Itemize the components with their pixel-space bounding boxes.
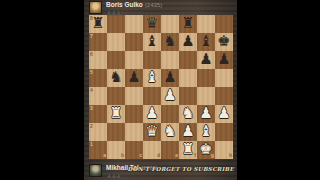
captured-pieces-top: ♟♟♟ <box>106 10 162 17</box>
square-e8[interactable] <box>161 15 179 33</box>
square-h8[interactable] <box>215 15 233 33</box>
square-e1[interactable]: e <box>161 141 179 159</box>
piece-black-pawn-c5[interactable]: ♟ <box>125 69 143 87</box>
square-d6[interactable] <box>143 51 161 69</box>
player-bar-top: Boris Gulko(2435) ♟♟♟ <box>89 1 162 17</box>
square-d5[interactable]: ♝ <box>143 69 161 87</box>
square-e6[interactable] <box>161 51 179 69</box>
square-f8[interactable]: ♜ <box>179 15 197 33</box>
subscribe-banner: DON'T FORGET TO SUBSCRIBE <box>128 166 235 172</box>
square-h2[interactable] <box>215 123 233 141</box>
square-h5[interactable] <box>215 69 233 87</box>
piece-black-knight-e7[interactable]: ♞ <box>161 33 179 51</box>
piece-white-pawn-f2[interactable]: ♟ <box>179 123 197 141</box>
piece-black-pawn-h6[interactable]: ♟ <box>215 51 233 69</box>
square-a5[interactable]: 5 <box>89 69 107 87</box>
piece-white-pawn-h3[interactable]: ♟ <box>215 105 233 123</box>
square-g7[interactable]: ♝ <box>197 33 215 51</box>
square-f6[interactable] <box>179 51 197 69</box>
piece-black-pawn-f7[interactable]: ♟ <box>179 33 197 51</box>
square-g3[interactable]: ♟ <box>197 105 215 123</box>
square-d4[interactable] <box>143 87 161 105</box>
square-a1[interactable]: 1a <box>89 141 107 159</box>
piece-black-rook-a8[interactable]: ♜ <box>89 15 107 33</box>
square-g8[interactable] <box>197 15 215 33</box>
piece-black-knight-b5[interactable]: ♞ <box>107 69 125 87</box>
captured-pieces-bottom: ♟♟♟ <box>106 173 158 180</box>
square-f5[interactable] <box>179 69 197 87</box>
square-d2[interactable]: ♛ <box>143 123 161 141</box>
square-f3[interactable]: ♞ <box>179 105 197 123</box>
square-a3[interactable]: 3 <box>89 105 107 123</box>
piece-white-bishop-d5[interactable]: ♝ <box>143 69 161 87</box>
square-f7[interactable]: ♟ <box>179 33 197 51</box>
square-b2[interactable] <box>107 123 125 141</box>
piece-white-pawn-d3[interactable]: ♟ <box>143 105 161 123</box>
square-b4[interactable] <box>107 87 125 105</box>
screenshot-root: Boris Gulko(2435) ♟♟♟ 8♜♛♜7♝♞♟♝♚6♟♟5♞♟♝♟… <box>0 0 320 180</box>
square-b8[interactable] <box>107 15 125 33</box>
square-c8[interactable] <box>125 15 143 33</box>
square-g1[interactable]: g♚ <box>197 141 215 159</box>
square-c6[interactable] <box>125 51 143 69</box>
piece-white-knight-e2[interactable]: ♞ <box>161 123 179 141</box>
piece-black-pawn-g6[interactable]: ♟ <box>197 51 215 69</box>
piece-black-bishop-g7[interactable]: ♝ <box>197 33 215 51</box>
square-h7[interactable]: ♚ <box>215 33 233 51</box>
rank-label-4: 4 <box>90 88 93 93</box>
square-h4[interactable] <box>215 87 233 105</box>
file-label-c: c <box>139 153 142 158</box>
square-e4[interactable]: ♟ <box>161 87 179 105</box>
piece-black-bishop-d7[interactable]: ♝ <box>143 33 161 51</box>
square-d7[interactable]: ♝ <box>143 33 161 51</box>
square-h6[interactable]: ♟ <box>215 51 233 69</box>
file-label-d: d <box>157 153 160 158</box>
piece-black-pawn-e5[interactable]: ♟ <box>161 69 179 87</box>
player-name-top: Boris Gulko <box>106 1 143 8</box>
piece-white-rook-f1[interactable]: ♜ <box>179 141 197 159</box>
square-d3[interactable]: ♟ <box>143 105 161 123</box>
file-label-a: a <box>103 153 106 158</box>
square-c1[interactable]: c <box>125 141 143 159</box>
square-c2[interactable] <box>125 123 143 141</box>
square-a6[interactable]: 6 <box>89 51 107 69</box>
square-f2[interactable]: ♟ <box>179 123 197 141</box>
square-h3[interactable]: ♟ <box>215 105 233 123</box>
piece-white-rook-b3[interactable]: ♜ <box>107 105 125 123</box>
square-c7[interactable] <box>125 33 143 51</box>
player-avatar-bottom[interactable] <box>89 164 102 177</box>
wood-background: Boris Gulko(2435) ♟♟♟ 8♜♛♜7♝♞♟♝♚6♟♟5♞♟♝♟… <box>84 0 237 180</box>
piece-white-queen-d2[interactable]: ♛ <box>143 123 161 141</box>
square-a2[interactable]: 2 <box>89 123 107 141</box>
square-a8[interactable]: 8♜ <box>89 15 107 33</box>
piece-white-pawn-g3[interactable]: ♟ <box>197 105 215 123</box>
square-e2[interactable]: ♞ <box>161 123 179 141</box>
player-rating-top: (2435) <box>145 2 162 8</box>
piece-white-bishop-g2[interactable]: ♝ <box>197 123 215 141</box>
square-b5[interactable]: ♞ <box>107 69 125 87</box>
square-c3[interactable] <box>125 105 143 123</box>
square-e3[interactable] <box>161 105 179 123</box>
piece-white-pawn-e4[interactable]: ♟ <box>161 87 179 105</box>
rank-label-6: 6 <box>90 52 93 57</box>
file-label-h: h <box>229 153 232 158</box>
rank-label-5: 5 <box>90 70 93 75</box>
square-f4[interactable] <box>179 87 197 105</box>
square-a4[interactable]: 4 <box>89 87 107 105</box>
rank-label-2: 2 <box>90 124 93 129</box>
rank-label-3: 3 <box>90 106 93 111</box>
piece-black-queen-d8[interactable]: ♛ <box>143 15 161 33</box>
piece-white-knight-f3[interactable]: ♞ <box>179 105 197 123</box>
square-h1[interactable]: h <box>215 141 233 159</box>
square-f1[interactable]: f♜ <box>179 141 197 159</box>
square-a7[interactable]: 7 <box>89 33 107 51</box>
square-b1[interactable]: b <box>107 141 125 159</box>
chess-board: 8♜♛♜7♝♞♟♝♚6♟♟5♞♟♝♟4♟3♜♟♞♟♟2♛♞♟♝1abcdef♜g… <box>89 15 233 159</box>
file-label-b: b <box>121 153 124 158</box>
square-c5[interactable]: ♟ <box>125 69 143 87</box>
square-d8[interactable]: ♛ <box>143 15 161 33</box>
square-b7[interactable] <box>107 33 125 51</box>
square-g4[interactable] <box>197 87 215 105</box>
square-b6[interactable] <box>107 51 125 69</box>
piece-white-king-g1[interactable]: ♚ <box>197 141 215 159</box>
square-e5[interactable]: ♟ <box>161 69 179 87</box>
square-b3[interactable]: ♜ <box>107 105 125 123</box>
piece-black-king-h7[interactable]: ♚ <box>215 33 233 51</box>
file-label-e: e <box>175 153 178 158</box>
piece-black-rook-f8[interactable]: ♜ <box>179 15 197 33</box>
player-avatar-top[interactable] <box>89 1 102 14</box>
rank-label-1: 1 <box>90 142 93 147</box>
square-g2[interactable]: ♝ <box>197 123 215 141</box>
square-e7[interactable]: ♞ <box>161 33 179 51</box>
square-g6[interactable]: ♟ <box>197 51 215 69</box>
square-c4[interactable] <box>125 87 143 105</box>
square-d1[interactable]: d <box>143 141 161 159</box>
square-g5[interactable] <box>197 69 215 87</box>
rank-label-7: 7 <box>90 34 93 39</box>
